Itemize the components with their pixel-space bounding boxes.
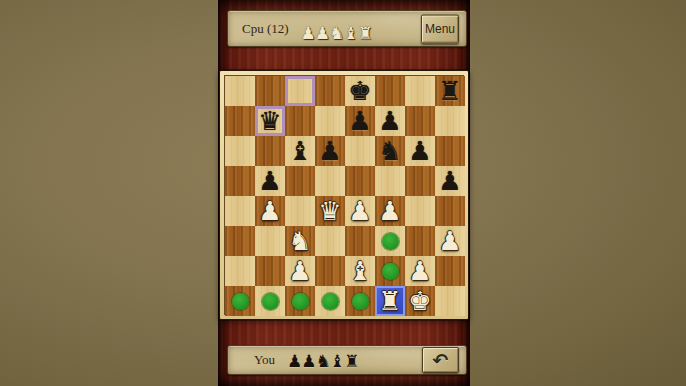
square-a4[interactable] [225, 196, 255, 226]
white-pawn-piece: ♟ [438, 226, 461, 256]
square-f6[interactable]: ♞ [375, 136, 405, 166]
square-c5[interactable] [285, 166, 315, 196]
undo-button[interactable]: ↶ [422, 347, 459, 373]
white-pawn-piece: ♟ [378, 196, 401, 226]
square-b7[interactable]: ♛ [255, 106, 285, 136]
white-pawn-piece: ♟ [288, 256, 311, 286]
square-a2[interactable] [225, 256, 255, 286]
legal-move-dot [352, 293, 369, 310]
square-c3[interactable]: ♞ [285, 226, 315, 256]
square-a6[interactable] [225, 136, 255, 166]
white-queen-piece: ♛ [318, 196, 341, 226]
white-pawn-piece: ♟ [348, 196, 371, 226]
legal-move-dot [322, 293, 339, 310]
square-f5[interactable] [375, 166, 405, 196]
square-g8[interactable] [405, 76, 435, 106]
square-e4[interactable]: ♟ [345, 196, 375, 226]
square-d1[interactable] [315, 286, 345, 316]
square-g6[interactable]: ♟ [405, 136, 435, 166]
legal-move-dot [292, 293, 309, 310]
black-knight-piece: ♞ [378, 136, 401, 166]
board-frame: ♚♜♛♟♟♝♟♞♟♟♟♟♛♟♟♞♟♟♝♟♜♚ [219, 70, 469, 320]
square-b2[interactable] [255, 256, 285, 286]
player-label: You [228, 352, 275, 368]
chess-board: ♚♜♛♟♟♝♟♞♟♟♟♟♛♟♟♞♟♟♝♟♜♚ [224, 75, 464, 315]
square-h6[interactable] [435, 136, 465, 166]
square-c7[interactable] [285, 106, 315, 136]
opponent-bar: Cpu (12) ♟♟♞♝♜ Menu [227, 10, 467, 47]
square-g7[interactable] [405, 106, 435, 136]
square-c1[interactable] [285, 286, 315, 316]
captured-white-pawn-icon: ♟ [301, 25, 316, 42]
square-f8[interactable] [375, 76, 405, 106]
square-e2[interactable]: ♝ [345, 256, 375, 286]
square-f1[interactable]: ♜ [375, 286, 405, 316]
black-king-piece: ♚ [348, 76, 371, 106]
white-pawn-piece: ♟ [258, 196, 281, 226]
legal-move-dot [382, 263, 399, 280]
square-b4[interactable]: ♟ [255, 196, 285, 226]
black-pawn-piece: ♟ [408, 136, 431, 166]
captured-white-rook-icon: ♜ [358, 25, 373, 42]
square-e8[interactable]: ♚ [345, 76, 375, 106]
square-h1[interactable] [435, 286, 465, 316]
square-c6[interactable]: ♝ [285, 136, 315, 166]
player-bar: You ♟♟♞♝♜ ↶ [227, 345, 467, 375]
square-g2[interactable]: ♟ [405, 256, 435, 286]
black-queen-piece: ♛ [258, 106, 281, 136]
square-b1[interactable] [255, 286, 285, 316]
black-pawn-piece: ♟ [318, 136, 341, 166]
square-d7[interactable] [315, 106, 345, 136]
square-a8[interactable] [225, 76, 255, 106]
black-bishop-piece: ♝ [288, 136, 311, 166]
square-e3[interactable] [345, 226, 375, 256]
square-b5[interactable]: ♟ [255, 166, 285, 196]
square-h5[interactable]: ♟ [435, 166, 465, 196]
captured-black-rook-icon: ♜ [344, 353, 359, 370]
square-h3[interactable]: ♟ [435, 226, 465, 256]
captured-white-bishop-icon: ♝ [343, 25, 358, 42]
square-f2[interactable] [375, 256, 405, 286]
square-e5[interactable] [345, 166, 375, 196]
square-e7[interactable]: ♟ [345, 106, 375, 136]
square-h4[interactable] [435, 196, 465, 226]
square-g4[interactable] [405, 196, 435, 226]
square-f4[interactable]: ♟ [375, 196, 405, 226]
square-d6[interactable]: ♟ [315, 136, 345, 166]
square-d5[interactable] [315, 166, 345, 196]
square-a3[interactable] [225, 226, 255, 256]
square-h7[interactable] [435, 106, 465, 136]
white-pawn-piece: ♟ [408, 256, 431, 286]
legal-move-dot [262, 293, 279, 310]
square-d3[interactable] [315, 226, 345, 256]
legal-move-dot [382, 233, 399, 250]
square-g3[interactable] [405, 226, 435, 256]
white-bishop-piece: ♝ [348, 256, 371, 286]
square-g1[interactable]: ♚ [405, 286, 435, 316]
square-h8[interactable]: ♜ [435, 76, 465, 106]
square-f3[interactable] [375, 226, 405, 256]
square-b8[interactable] [255, 76, 285, 106]
square-d2[interactable] [315, 256, 345, 286]
white-rook-piece: ♜ [378, 286, 401, 316]
captured-white-pawn-icon: ♟ [315, 25, 330, 42]
square-d4[interactable]: ♛ [315, 196, 345, 226]
chess-app-window: Cpu (12) ♟♟♞♝♜ Menu ♚♜♛♟♟♝♟♞♟♟♟♟♛♟♟♞♟♟♝♟… [218, 0, 470, 386]
square-c8[interactable] [285, 76, 315, 106]
undo-icon: ↶ [433, 351, 449, 370]
captured-black-knight-icon: ♞ [316, 353, 331, 370]
square-b6[interactable] [255, 136, 285, 166]
black-pawn-piece: ♟ [258, 166, 281, 196]
square-c4[interactable] [285, 196, 315, 226]
square-a7[interactable] [225, 106, 255, 136]
legal-move-dot [232, 293, 249, 310]
white-king-piece: ♚ [408, 286, 431, 316]
square-a5[interactable] [225, 166, 255, 196]
captured-white-knight-icon: ♞ [329, 25, 344, 42]
square-c2[interactable]: ♟ [285, 256, 315, 286]
square-h2[interactable] [435, 256, 465, 286]
black-pawn-piece: ♟ [378, 106, 401, 136]
square-a1[interactable] [225, 286, 255, 316]
black-pawn-piece: ♟ [348, 106, 371, 136]
opponent-label: Cpu (12) [228, 21, 289, 37]
black-pawn-piece: ♟ [438, 166, 461, 196]
square-f7[interactable]: ♟ [375, 106, 405, 136]
menu-button[interactable]: Menu [421, 14, 459, 43]
captured-black-pawn-icon: ♟ [301, 353, 316, 370]
square-e1[interactable] [345, 286, 375, 316]
white-knight-piece: ♞ [288, 226, 311, 256]
square-e6[interactable] [345, 136, 375, 166]
captured-black-bishop-icon: ♝ [330, 353, 345, 370]
square-g5[interactable] [405, 166, 435, 196]
square-b3[interactable] [255, 226, 285, 256]
black-rook-piece: ♜ [438, 76, 461, 106]
captured-black-pawn-icon: ♟ [287, 353, 302, 370]
opponent-captured-tray: ♟♟♞♝♜ [301, 11, 372, 46]
square-d8[interactable] [315, 76, 345, 106]
player-captured-tray: ♟♟♞♝♜ [287, 346, 358, 374]
